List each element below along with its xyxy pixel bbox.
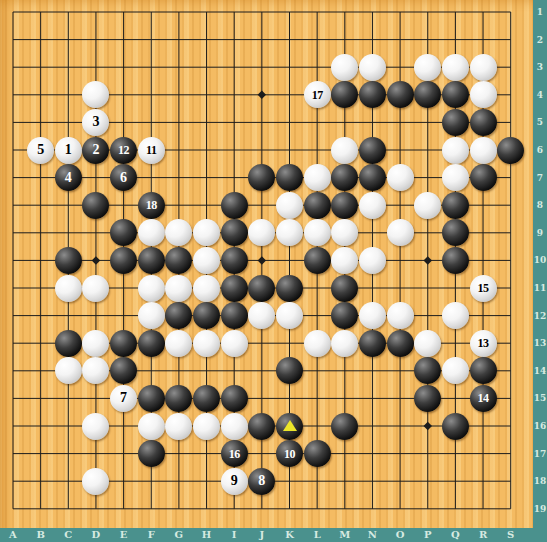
column-label-Q: Q <box>445 529 465 540</box>
stone-black-O4[interactable] <box>387 81 414 108</box>
stone-white-Q7[interactable] <box>442 164 469 191</box>
stone-black-N6[interactable] <box>359 137 386 164</box>
move-number-label: 9 <box>231 474 238 488</box>
stone-white-L13[interactable] <box>304 330 331 357</box>
stone-black-I17[interactable]: 16 <box>221 440 248 467</box>
column-label-G: G <box>169 529 189 540</box>
stone-black-K11[interactable] <box>276 275 303 302</box>
stone-white-R11[interactable]: 15 <box>470 275 497 302</box>
move-number-label: 12 <box>118 144 129 156</box>
stone-black-C7[interactable]: 4 <box>55 164 82 191</box>
stone-black-L10[interactable] <box>304 247 331 274</box>
row-label-5: 5 <box>533 117 547 127</box>
row-label-2: 2 <box>533 35 547 45</box>
stone-black-Q8[interactable] <box>442 192 469 219</box>
triangle-marker-icon <box>283 420 297 431</box>
stone-white-O9[interactable] <box>387 219 414 246</box>
move-number-label: 8 <box>258 474 265 488</box>
stone-white-E15[interactable]: 7 <box>110 385 137 412</box>
stone-white-C14[interactable] <box>55 357 82 384</box>
stone-white-F12[interactable] <box>138 302 165 329</box>
star-point <box>424 256 432 264</box>
stone-black-J11[interactable] <box>248 275 275 302</box>
row-label-8: 8 <box>533 200 547 210</box>
go-board-diagram: 173512121146181513714161098 ABCDEFGHIJKL… <box>0 0 547 542</box>
column-label-M: M <box>335 529 355 540</box>
stone-black-J18[interactable]: 8 <box>248 468 275 495</box>
move-number-label: 6 <box>120 171 127 185</box>
stone-white-M10[interactable] <box>331 247 358 274</box>
move-number-label: 1 <box>65 143 72 157</box>
stone-black-E13[interactable] <box>110 330 137 357</box>
stone-white-M3[interactable] <box>331 54 358 81</box>
stone-white-B6[interactable]: 5 <box>27 137 54 164</box>
column-label-F: F <box>141 529 161 540</box>
stone-white-D13[interactable] <box>82 330 109 357</box>
stone-white-D16[interactable] <box>82 413 109 440</box>
stone-white-G11[interactable] <box>165 275 192 302</box>
stone-white-R6[interactable] <box>470 137 497 164</box>
stone-white-G16[interactable] <box>165 413 192 440</box>
stone-black-R5[interactable] <box>470 109 497 136</box>
stone-black-D8[interactable] <box>82 192 109 219</box>
column-label-B: B <box>31 529 51 540</box>
move-number-label: 3 <box>92 115 99 129</box>
move-number-label: 5 <box>37 143 44 157</box>
column-label-O: O <box>390 529 410 540</box>
stone-black-K17[interactable]: 10 <box>276 440 303 467</box>
stone-white-K12[interactable] <box>276 302 303 329</box>
row-label-strip: 12345678910111213141516171819 <box>533 0 547 542</box>
stone-white-C11[interactable] <box>55 275 82 302</box>
row-label-17: 17 <box>533 449 547 459</box>
row-label-15: 15 <box>533 393 547 403</box>
stone-white-M6[interactable] <box>331 137 358 164</box>
row-label-12: 12 <box>533 311 547 321</box>
stone-white-I18[interactable]: 9 <box>221 468 248 495</box>
stone-black-H15[interactable] <box>193 385 220 412</box>
stone-black-L8[interactable] <box>304 192 331 219</box>
stone-black-Q5[interactable] <box>442 109 469 136</box>
stone-black-M8[interactable] <box>331 192 358 219</box>
stone-white-R13[interactable]: 13 <box>470 330 497 357</box>
stone-white-G13[interactable] <box>165 330 192 357</box>
column-label-R: R <box>473 529 493 540</box>
stone-black-K7[interactable] <box>276 164 303 191</box>
stone-black-I8[interactable] <box>221 192 248 219</box>
move-number-label: 17 <box>312 89 323 101</box>
grid-lines <box>0 0 547 542</box>
stone-white-P8[interactable] <box>414 192 441 219</box>
move-number-label: 18 <box>146 199 157 211</box>
stone-black-C10[interactable] <box>55 247 82 274</box>
stone-white-H13[interactable] <box>193 330 220 357</box>
move-number-label: 10 <box>284 448 295 460</box>
stone-black-O13[interactable] <box>387 330 414 357</box>
stone-black-R14[interactable] <box>470 357 497 384</box>
column-label-I: I <box>224 529 244 540</box>
stone-black-P15[interactable] <box>414 385 441 412</box>
move-number-label: 16 <box>229 448 240 460</box>
column-label-S: S <box>501 529 521 540</box>
stone-white-N10[interactable] <box>359 247 386 274</box>
column-label-J: J <box>252 529 272 540</box>
stone-white-D18[interactable] <box>82 468 109 495</box>
column-label-strip: ABCDEFGHIJKLMNOPQRS <box>0 528 547 542</box>
stone-white-F11[interactable] <box>138 275 165 302</box>
row-label-10: 10 <box>533 255 547 265</box>
column-label-E: E <box>114 529 134 540</box>
move-number-label: 4 <box>65 171 72 185</box>
stone-black-F8[interactable]: 18 <box>138 192 165 219</box>
stone-white-F9[interactable] <box>138 219 165 246</box>
row-label-9: 9 <box>533 228 547 238</box>
stone-black-Q16[interactable] <box>442 413 469 440</box>
row-label-11: 11 <box>533 283 547 293</box>
stone-black-J16[interactable] <box>248 413 275 440</box>
star-point <box>258 256 266 264</box>
row-label-3: 3 <box>533 62 547 72</box>
move-number-label: 13 <box>478 337 489 349</box>
stone-white-Q3[interactable] <box>442 54 469 81</box>
stone-white-I13[interactable] <box>221 330 248 357</box>
column-label-N: N <box>362 529 382 540</box>
stone-black-R7[interactable] <box>470 164 497 191</box>
stone-black-S6[interactable] <box>497 137 524 164</box>
row-label-19: 19 <box>533 504 547 514</box>
stone-white-O7[interactable] <box>387 164 414 191</box>
row-label-18: 18 <box>533 476 547 486</box>
stone-white-F16[interactable] <box>138 413 165 440</box>
move-number-label: 14 <box>478 392 489 404</box>
stone-black-I9[interactable] <box>221 219 248 246</box>
stone-white-N3[interactable] <box>359 54 386 81</box>
stone-white-L4[interactable]: 17 <box>304 81 331 108</box>
column-label-K: K <box>280 529 300 540</box>
column-label-P: P <box>418 529 438 540</box>
row-label-14: 14 <box>533 366 547 376</box>
stone-black-Q4[interactable] <box>442 81 469 108</box>
stone-white-P13[interactable] <box>414 330 441 357</box>
column-label-A: A <box>3 529 23 540</box>
stone-black-D6[interactable]: 2 <box>82 137 109 164</box>
stone-white-O12[interactable] <box>387 302 414 329</box>
stone-white-F6[interactable]: 11 <box>138 137 165 164</box>
star-point <box>92 256 100 264</box>
star-point <box>258 91 266 99</box>
stone-white-N12[interactable] <box>359 302 386 329</box>
stone-black-Q9[interactable] <box>442 219 469 246</box>
column-label-L: L <box>307 529 327 540</box>
stone-black-F17[interactable] <box>138 440 165 467</box>
row-label-13: 13 <box>533 338 547 348</box>
stone-black-R15[interactable]: 14 <box>470 385 497 412</box>
stone-white-M13[interactable] <box>331 330 358 357</box>
stone-white-H11[interactable] <box>193 275 220 302</box>
stone-white-Q6[interactable] <box>442 137 469 164</box>
star-point <box>424 422 432 430</box>
stone-black-F15[interactable] <box>138 385 165 412</box>
stone-white-I16[interactable] <box>221 413 248 440</box>
stone-white-C6[interactable]: 1 <box>55 137 82 164</box>
stone-white-K8[interactable] <box>276 192 303 219</box>
stone-black-N13[interactable] <box>359 330 386 357</box>
stone-white-R4[interactable] <box>470 81 497 108</box>
stone-black-E10[interactable] <box>110 247 137 274</box>
move-number-label: 15 <box>478 282 489 294</box>
row-label-1: 1 <box>533 7 547 17</box>
column-label-H: H <box>197 529 217 540</box>
stone-white-P3[interactable] <box>414 54 441 81</box>
stone-black-E7[interactable]: 6 <box>110 164 137 191</box>
stone-white-N8[interactable] <box>359 192 386 219</box>
stone-white-Q12[interactable] <box>442 302 469 329</box>
stone-white-H10[interactable] <box>193 247 220 274</box>
stone-black-I10[interactable] <box>221 247 248 274</box>
stone-black-M11[interactable] <box>331 275 358 302</box>
stone-black-I15[interactable] <box>221 385 248 412</box>
stone-black-I11[interactable] <box>221 275 248 302</box>
stone-black-N7[interactable] <box>359 164 386 191</box>
move-number-label: 2 <box>92 143 99 157</box>
stone-white-L7[interactable] <box>304 164 331 191</box>
row-label-6: 6 <box>533 145 547 155</box>
column-label-D: D <box>86 529 106 540</box>
stone-black-H12[interactable] <box>193 302 220 329</box>
stone-black-I12[interactable] <box>221 302 248 329</box>
stone-white-H16[interactable] <box>193 413 220 440</box>
stone-black-K16[interactable] <box>276 413 303 440</box>
stone-white-R3[interactable] <box>470 54 497 81</box>
stone-white-Q14[interactable] <box>442 357 469 384</box>
move-number-label: 11 <box>146 144 156 156</box>
stone-black-F13[interactable] <box>138 330 165 357</box>
stone-black-M16[interactable] <box>331 413 358 440</box>
stone-black-L17[interactable] <box>304 440 331 467</box>
stone-white-D11[interactable] <box>82 275 109 302</box>
stone-white-L9[interactable] <box>304 219 331 246</box>
stone-black-E6[interactable]: 12 <box>110 137 137 164</box>
row-label-4: 4 <box>533 90 547 100</box>
stone-black-F10[interactable] <box>138 247 165 274</box>
row-label-16: 16 <box>533 421 547 431</box>
move-number-label: 7 <box>120 391 127 405</box>
stone-black-C13[interactable] <box>55 330 82 357</box>
stone-black-Q10[interactable] <box>442 247 469 274</box>
row-label-7: 7 <box>533 173 547 183</box>
column-label-C: C <box>58 529 78 540</box>
